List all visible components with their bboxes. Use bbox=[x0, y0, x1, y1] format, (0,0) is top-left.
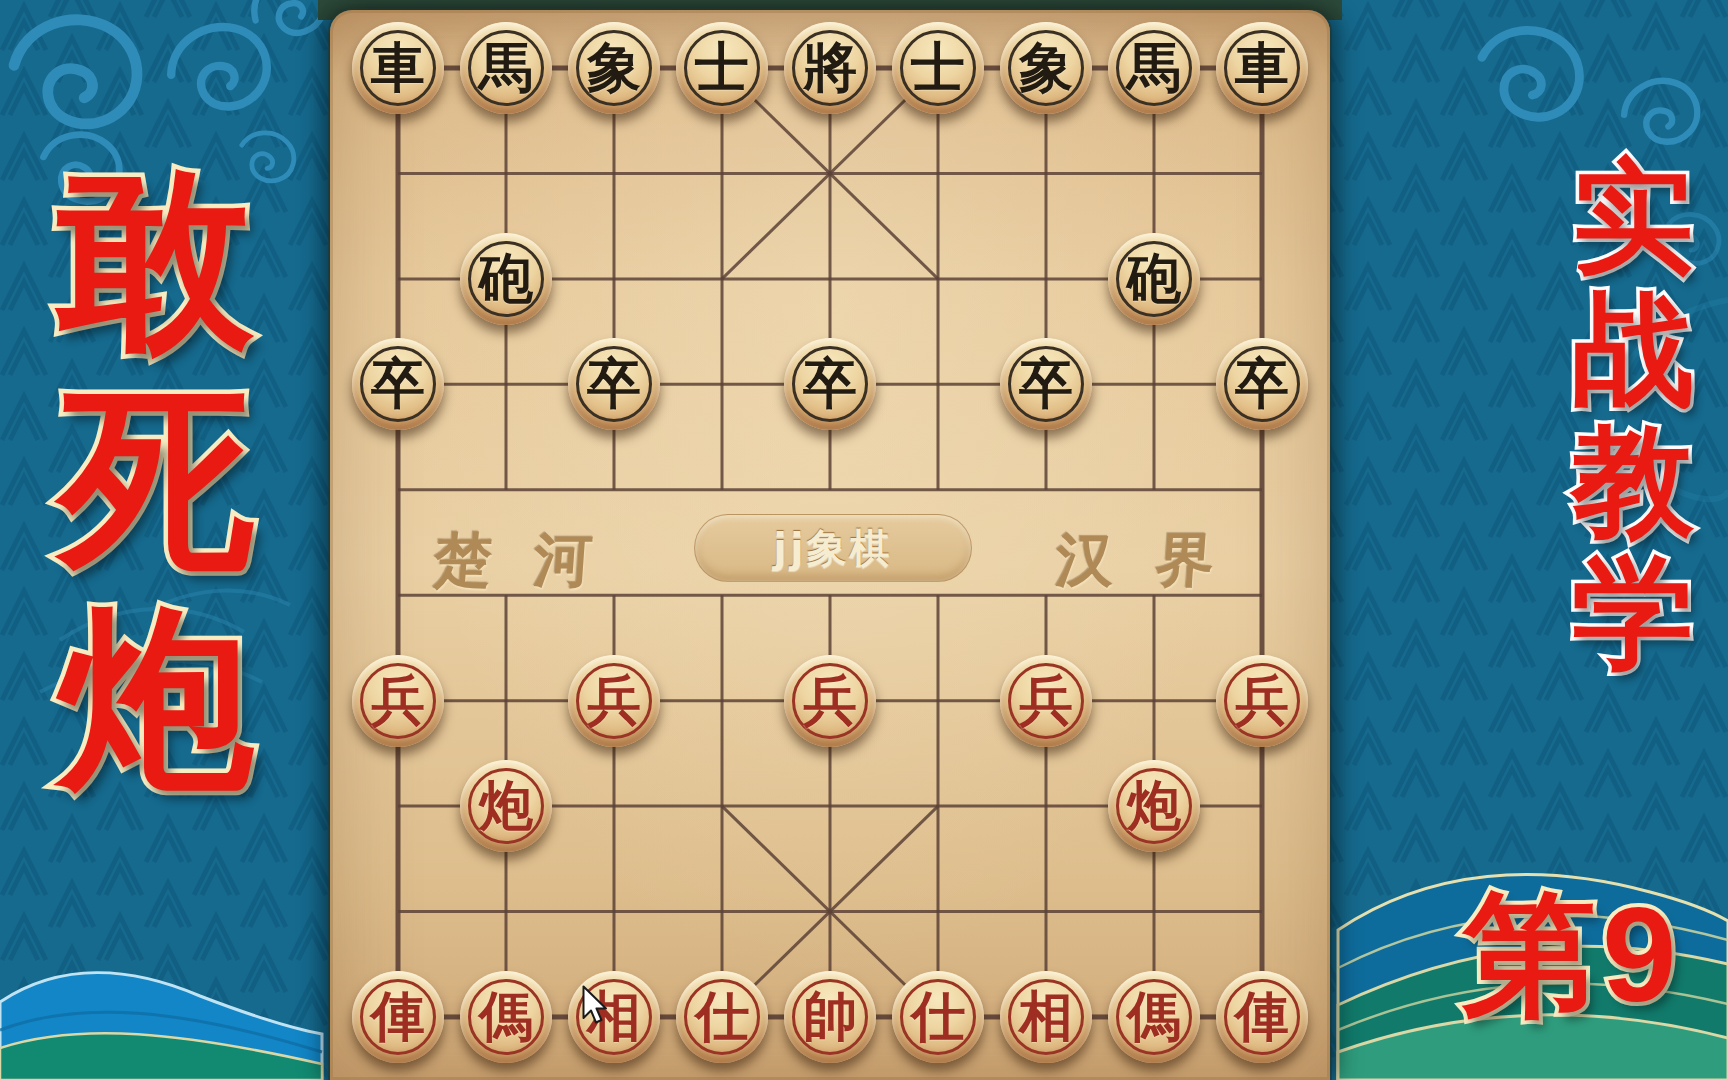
piece-glyph: 士 bbox=[695, 40, 749, 94]
piece-glyph: 俥 bbox=[371, 989, 425, 1043]
piece-glyph: 卒 bbox=[587, 356, 641, 410]
title-char: 实 bbox=[1572, 156, 1694, 278]
piece-glyph: 傌 bbox=[1127, 989, 1181, 1043]
piece-glyph: 兵 bbox=[371, 673, 425, 727]
piece-glyph: 兵 bbox=[1235, 673, 1289, 727]
app-logo-text: jj象棋 bbox=[773, 521, 892, 576]
title-char: 战 bbox=[1572, 288, 1694, 410]
piece-glyph: 卒 bbox=[371, 356, 425, 410]
piece-glyph: 砲 bbox=[1127, 251, 1181, 305]
piece-glyph: 傌 bbox=[479, 989, 533, 1043]
piece-glyph: 卒 bbox=[1235, 356, 1289, 410]
title-char: 学 bbox=[1572, 552, 1694, 674]
river-label-chu-he: 楚河 bbox=[431, 522, 636, 600]
piece-glyph: 卒 bbox=[803, 356, 857, 410]
piece-black-elephant[interactable]: 象 bbox=[568, 22, 660, 114]
piece-black-general[interactable]: 將 bbox=[784, 22, 876, 114]
piece-black-cannon[interactable]: 砲 bbox=[460, 233, 552, 325]
app-logo-capsule: jj象棋 bbox=[694, 514, 972, 582]
piece-black-chariot[interactable]: 車 bbox=[1216, 22, 1308, 114]
piece-black-advisor[interactable]: 士 bbox=[676, 22, 768, 114]
left-title-gan-si-pao: 敢死炮 bbox=[58, 162, 254, 822]
piece-glyph: 砲 bbox=[479, 251, 533, 305]
piece-black-advisor[interactable]: 士 bbox=[892, 22, 984, 114]
piece-black-pawn[interactable]: 卒 bbox=[568, 338, 660, 430]
piece-glyph: 馬 bbox=[1127, 40, 1181, 94]
piece-glyph: 象 bbox=[587, 40, 641, 94]
piece-black-pawn[interactable]: 卒 bbox=[784, 338, 876, 430]
piece-glyph: 帥 bbox=[803, 989, 857, 1043]
piece-glyph: 卒 bbox=[1019, 356, 1073, 410]
piece-glyph: 車 bbox=[1235, 40, 1289, 94]
piece-red-chariot[interactable]: 俥 bbox=[352, 971, 444, 1063]
piece-glyph: 兵 bbox=[1019, 673, 1073, 727]
piece-glyph: 仕 bbox=[695, 989, 749, 1043]
piece-glyph: 將 bbox=[803, 40, 857, 94]
piece-red-horse[interactable]: 傌 bbox=[1108, 971, 1200, 1063]
piece-red-cannon[interactable]: 炮 bbox=[460, 760, 552, 852]
piece-black-pawn[interactable]: 卒 bbox=[352, 338, 444, 430]
piece-glyph: 馬 bbox=[479, 40, 533, 94]
piece-red-pawn[interactable]: 兵 bbox=[1000, 655, 1092, 747]
piece-red-cannon[interactable]: 炮 bbox=[1108, 760, 1200, 852]
piece-red-pawn[interactable]: 兵 bbox=[1216, 655, 1308, 747]
piece-black-pawn[interactable]: 卒 bbox=[1216, 338, 1308, 430]
piece-glyph: 兵 bbox=[587, 673, 641, 727]
piece-black-chariot[interactable]: 車 bbox=[352, 22, 444, 114]
piece-glyph: 兵 bbox=[803, 673, 857, 727]
title-char: 教 bbox=[1572, 420, 1694, 542]
piece-red-pawn[interactable]: 兵 bbox=[352, 655, 444, 747]
piece-glyph: 俥 bbox=[1235, 989, 1289, 1043]
piece-red-elephant[interactable]: 相 bbox=[1000, 971, 1092, 1063]
piece-glyph: 炮 bbox=[479, 778, 533, 832]
river-label-han-jie: 汉界 bbox=[1053, 522, 1258, 600]
piece-red-pawn[interactable]: 兵 bbox=[568, 655, 660, 747]
piece-glyph: 車 bbox=[371, 40, 425, 94]
piece-glyph: 仕 bbox=[911, 989, 965, 1043]
piece-red-general[interactable]: 帥 bbox=[784, 971, 876, 1063]
episode-label: 第9 bbox=[1462, 866, 1683, 1047]
piece-red-advisor[interactable]: 仕 bbox=[676, 971, 768, 1063]
piece-black-cannon[interactable]: 砲 bbox=[1108, 233, 1200, 325]
xiangqi-board[interactable]: 楚河 汉界 jj象棋 車馬象士將士象馬車砲砲卒卒卒卒卒兵兵兵兵兵炮炮俥傌相仕帥仕… bbox=[330, 10, 1330, 1080]
piece-glyph: 相 bbox=[1019, 989, 1073, 1043]
title-char: 炮 bbox=[58, 602, 254, 798]
right-title-shi-zhan-jiao-xue: 实战教学 bbox=[1572, 156, 1694, 684]
piece-glyph: 士 bbox=[911, 40, 965, 94]
piece-black-horse[interactable]: 馬 bbox=[460, 22, 552, 114]
piece-glyph: 炮 bbox=[1127, 778, 1181, 832]
mouse-cursor-icon bbox=[582, 985, 610, 1027]
piece-black-pawn[interactable]: 卒 bbox=[1000, 338, 1092, 430]
piece-black-elephant[interactable]: 象 bbox=[1000, 22, 1092, 114]
piece-red-pawn[interactable]: 兵 bbox=[784, 655, 876, 747]
piece-red-advisor[interactable]: 仕 bbox=[892, 971, 984, 1063]
piece-red-horse[interactable]: 傌 bbox=[460, 971, 552, 1063]
title-char: 敢 bbox=[58, 162, 254, 358]
piece-red-chariot[interactable]: 俥 bbox=[1216, 971, 1308, 1063]
piece-glyph: 象 bbox=[1019, 40, 1073, 94]
title-char: 死 bbox=[58, 382, 254, 578]
piece-black-horse[interactable]: 馬 bbox=[1108, 22, 1200, 114]
